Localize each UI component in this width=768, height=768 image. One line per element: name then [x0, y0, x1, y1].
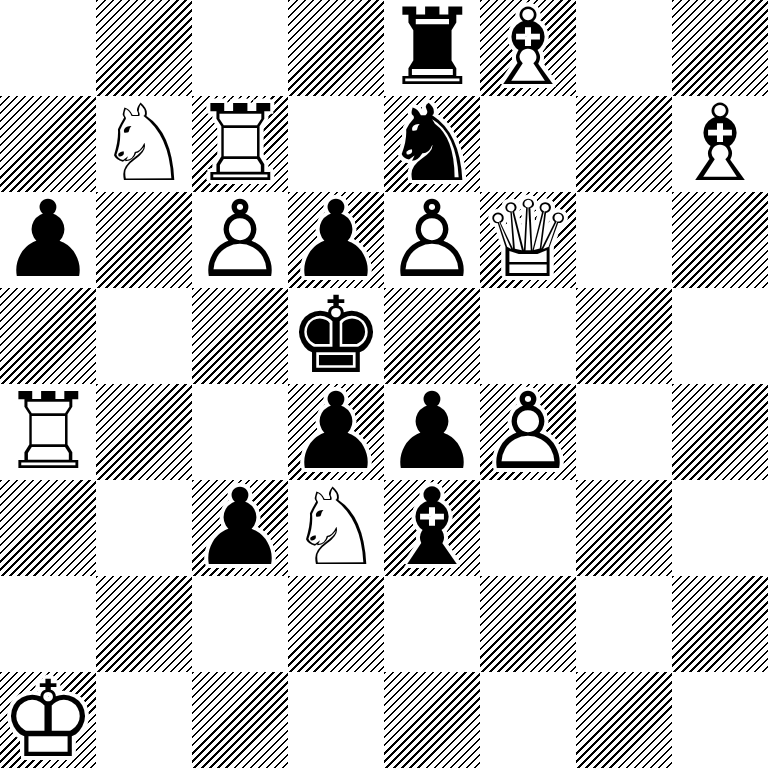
square-h7[interactable]: ♝♗: [672, 96, 768, 192]
square-b5[interactable]: [96, 288, 192, 384]
square-b3[interactable]: [96, 480, 192, 576]
white-pawn-icon: ♙: [384, 192, 480, 288]
black-pawn-a6[interactable]: ♟♟: [0, 192, 96, 288]
square-a3[interactable]: [0, 480, 96, 576]
square-d2[interactable]: [288, 576, 384, 672]
square-c1[interactable]: [192, 672, 288, 768]
white-knight-d3[interactable]: ♞♘: [288, 480, 384, 576]
square-e1[interactable]: [384, 672, 480, 768]
white-pawn-icon: ♙: [480, 384, 576, 480]
square-f2[interactable]: [480, 576, 576, 672]
square-g6[interactable]: [576, 192, 672, 288]
square-h3[interactable]: [672, 480, 768, 576]
white-pawn-c6[interactable]: ♟♙: [192, 192, 288, 288]
square-g5[interactable]: [576, 288, 672, 384]
square-g3[interactable]: [576, 480, 672, 576]
square-h5[interactable]: [672, 288, 768, 384]
square-c5[interactable]: [192, 288, 288, 384]
square-h2[interactable]: [672, 576, 768, 672]
square-f3[interactable]: [480, 480, 576, 576]
square-f1[interactable]: [480, 672, 576, 768]
white-knight-b7[interactable]: ♞♘: [96, 96, 192, 192]
square-h4[interactable]: [672, 384, 768, 480]
white-queen-f6[interactable]: ♛♕: [480, 192, 576, 288]
white-pawn-e6[interactable]: ♟♙: [384, 192, 480, 288]
white-bishop-h7[interactable]: ♝♗: [672, 96, 768, 192]
chess-board: ♜♜♝♗♞♘♜♖♞♞♝♗♟♟♟♙♟♟♟♙♛♕♚♚♜♖♟♟♟♟♟♙♟♟♞♘♝♝♚♔: [0, 0, 768, 768]
square-f4[interactable]: ♟♙: [480, 384, 576, 480]
white-pawn-f4[interactable]: ♟♙: [480, 384, 576, 480]
square-g8[interactable]: [576, 0, 672, 96]
white-pawn-icon: ♙: [192, 192, 288, 288]
square-f8[interactable]: ♝♗: [480, 0, 576, 96]
black-pawn-icon: ♟: [192, 480, 288, 576]
white-knight-icon: ♘: [96, 96, 192, 192]
square-c6[interactable]: ♟♙: [192, 192, 288, 288]
white-knight-icon: ♘: [288, 480, 384, 576]
white-rook-a4[interactable]: ♜♖: [0, 384, 96, 480]
white-bishop-f8[interactable]: ♝♗: [480, 0, 576, 96]
square-c3[interactable]: ♟♟: [192, 480, 288, 576]
black-pawn-icon: ♟: [0, 192, 96, 288]
white-rook-icon: ♖: [0, 384, 96, 480]
square-d1[interactable]: [288, 672, 384, 768]
white-bishop-icon: ♗: [480, 0, 576, 96]
square-h1[interactable]: [672, 672, 768, 768]
square-a4[interactable]: ♜♖: [0, 384, 96, 480]
square-e6[interactable]: ♟♙: [384, 192, 480, 288]
square-e3[interactable]: ♝♝: [384, 480, 480, 576]
square-e2[interactable]: [384, 576, 480, 672]
square-a8[interactable]: [0, 0, 96, 96]
square-a1[interactable]: ♚♔: [0, 672, 96, 768]
square-b4[interactable]: [96, 384, 192, 480]
square-d8[interactable]: [288, 0, 384, 96]
square-g2[interactable]: [576, 576, 672, 672]
square-b1[interactable]: [96, 672, 192, 768]
white-king-icon: ♔: [0, 672, 96, 768]
square-h6[interactable]: [672, 192, 768, 288]
white-king-a1[interactable]: ♚♔: [0, 672, 96, 768]
square-f6[interactable]: ♛♕: [480, 192, 576, 288]
square-c2[interactable]: [192, 576, 288, 672]
white-queen-icon: ♕: [480, 192, 576, 288]
square-b6[interactable]: [96, 192, 192, 288]
black-bishop-icon: ♝: [384, 480, 480, 576]
square-b2[interactable]: [96, 576, 192, 672]
white-bishop-icon: ♗: [672, 96, 768, 192]
square-a6[interactable]: ♟♟: [0, 192, 96, 288]
black-pawn-c3[interactable]: ♟♟: [192, 480, 288, 576]
square-g4[interactable]: [576, 384, 672, 480]
black-bishop-e3[interactable]: ♝♝: [384, 480, 480, 576]
square-g1[interactable]: [576, 672, 672, 768]
square-g7[interactable]: [576, 96, 672, 192]
square-b7[interactable]: ♞♘: [96, 96, 192, 192]
square-d3[interactable]: ♞♘: [288, 480, 384, 576]
